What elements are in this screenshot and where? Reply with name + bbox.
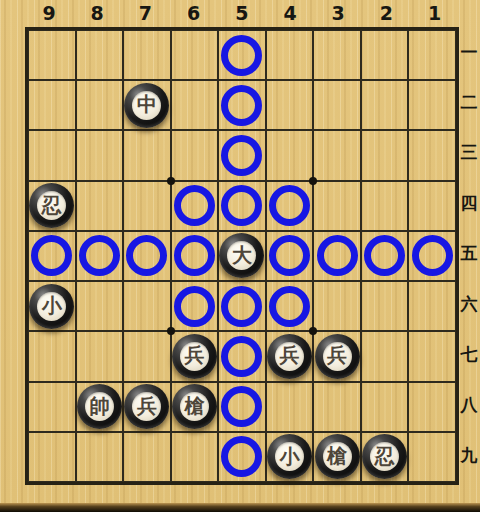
board-cell-8七[interactable] xyxy=(76,331,124,381)
board-cell-6六[interactable] xyxy=(171,281,219,331)
board-cell-7五[interactable] xyxy=(123,231,171,281)
piece-kanji: 兵 xyxy=(280,345,300,365)
board-cell-2二[interactable] xyxy=(361,80,409,130)
board-cell-3三[interactable] xyxy=(313,130,361,180)
piece-中[interactable]: 中 xyxy=(124,83,169,128)
piece-face: 忍 xyxy=(370,442,399,471)
board-cell-8八[interactable]: 帥 xyxy=(76,382,124,432)
legal-move-ring[interactable] xyxy=(174,235,215,276)
rank-label-8: 八 xyxy=(458,380,480,430)
board-cell-1八[interactable] xyxy=(408,382,456,432)
board-cell-1一[interactable] xyxy=(408,30,456,80)
piece-kanji: 兵 xyxy=(184,345,204,365)
star-point xyxy=(167,177,175,185)
board-cell-5一[interactable] xyxy=(218,30,266,80)
board-cell-4三[interactable] xyxy=(266,130,314,180)
board-cell-6三[interactable] xyxy=(171,130,219,180)
board-cell-1七[interactable] xyxy=(408,331,456,381)
board-cell-7一[interactable] xyxy=(123,30,171,80)
piece-兵[interactable]: 兵 xyxy=(315,334,360,379)
file-label-8: 8 xyxy=(73,0,121,26)
star-point xyxy=(309,327,317,335)
legal-move-ring[interactable] xyxy=(31,235,72,276)
board-cell-8六[interactable] xyxy=(76,281,124,331)
board-cell-5四[interactable] xyxy=(218,181,266,231)
rank-label-7: 七 xyxy=(458,329,480,379)
piece-kanji: 兵 xyxy=(327,345,347,365)
piece-face: 小 xyxy=(275,442,304,471)
board-cell-6四[interactable] xyxy=(171,181,219,231)
piece-kanji: 小 xyxy=(280,446,300,466)
board-cell-8四[interactable] xyxy=(76,181,124,231)
board-cell-8三[interactable] xyxy=(76,130,124,180)
rank-label-1: 一 xyxy=(458,27,480,77)
board-cell-1六[interactable] xyxy=(408,281,456,331)
board-cell-2三[interactable] xyxy=(361,130,409,180)
rank-label-5: 五 xyxy=(458,229,480,279)
piece-face: 兵 xyxy=(132,392,161,421)
board-cell-4六[interactable] xyxy=(266,281,314,331)
file-label-7: 7 xyxy=(121,0,169,26)
legal-move-ring[interactable] xyxy=(79,235,120,276)
piece-face: 中 xyxy=(132,91,161,120)
rank-label-6: 六 xyxy=(458,279,480,329)
piece-face: 槍 xyxy=(323,442,352,471)
file-label-2: 2 xyxy=(362,0,410,26)
file-label-3: 3 xyxy=(314,0,362,26)
legal-move-ring[interactable] xyxy=(269,185,310,226)
board-cell-9八[interactable] xyxy=(28,382,76,432)
rank-label-9: 九 xyxy=(458,430,480,480)
board-cell-2七[interactable] xyxy=(361,331,409,381)
board-cell-1五[interactable] xyxy=(408,231,456,281)
board-cell-4九[interactable]: 小 xyxy=(266,432,314,482)
board-cell-1三[interactable] xyxy=(408,130,456,180)
legal-move-ring[interactable] xyxy=(221,436,262,477)
board-cell-5五[interactable]: 大 xyxy=(218,231,266,281)
legal-move-ring[interactable] xyxy=(221,85,262,126)
board-cell-4四[interactable] xyxy=(266,181,314,231)
legal-move-ring[interactable] xyxy=(269,286,310,327)
piece-kanji: 忍 xyxy=(375,446,395,466)
board-cell-3九[interactable]: 槍 xyxy=(313,432,361,482)
board-cell-9四[interactable]: 忍 xyxy=(28,181,76,231)
legal-move-ring[interactable] xyxy=(364,235,405,276)
board-cell-3六[interactable] xyxy=(313,281,361,331)
legal-move-ring[interactable] xyxy=(412,235,453,276)
piece-兵[interactable]: 兵 xyxy=(267,334,312,379)
board-cell-5六[interactable] xyxy=(218,281,266,331)
board-cell-5七[interactable] xyxy=(218,331,266,381)
star-point xyxy=(167,327,175,335)
board-cell-9五[interactable] xyxy=(28,231,76,281)
board-cell-9三[interactable] xyxy=(28,130,76,180)
board-cell-7八[interactable]: 兵 xyxy=(123,382,171,432)
rank-label-2: 二 xyxy=(458,77,480,127)
board-cell-7二[interactable]: 中 xyxy=(123,80,171,130)
legal-move-ring[interactable] xyxy=(126,235,167,276)
board-cell-4一[interactable] xyxy=(266,30,314,80)
board-cell-7七[interactable] xyxy=(123,331,171,381)
board-cell-6二[interactable] xyxy=(171,80,219,130)
board-cell-3二[interactable] xyxy=(313,80,361,130)
piece-兵[interactable]: 兵 xyxy=(172,334,217,379)
legal-move-ring[interactable] xyxy=(221,35,262,76)
board-cell-4八[interactable] xyxy=(266,382,314,432)
piece-face: 大 xyxy=(227,241,256,270)
file-label-4: 4 xyxy=(266,0,314,26)
legal-move-ring[interactable] xyxy=(221,286,262,327)
piece-忍[interactable]: 忍 xyxy=(362,434,407,479)
board-cell-3四[interactable] xyxy=(313,181,361,231)
board-cell-7六[interactable] xyxy=(123,281,171,331)
piece-face: 槍 xyxy=(180,392,209,421)
piece-kanji: 忍 xyxy=(42,195,62,215)
legal-move-ring[interactable] xyxy=(174,286,215,327)
star-point xyxy=(309,177,317,185)
legal-move-ring[interactable] xyxy=(221,386,262,427)
board-cell-3五[interactable] xyxy=(313,231,361,281)
piece-槍[interactable]: 槍 xyxy=(172,384,217,429)
board-cell-2一[interactable] xyxy=(361,30,409,80)
board-cell-4五[interactable] xyxy=(266,231,314,281)
piece-face: 帥 xyxy=(85,392,114,421)
board-cell-6一[interactable] xyxy=(171,30,219,80)
piece-帥[interactable]: 帥 xyxy=(77,384,122,429)
legal-move-ring[interactable] xyxy=(174,185,215,226)
board-cell-8九[interactable] xyxy=(76,432,124,482)
board-cell-8二[interactable] xyxy=(76,80,124,130)
board-cell-1二[interactable] xyxy=(408,80,456,130)
board-cell-7四[interactable] xyxy=(123,181,171,231)
board-front-edge xyxy=(0,503,480,512)
board-cell-5三[interactable] xyxy=(218,130,266,180)
piece-忍[interactable]: 忍 xyxy=(29,183,74,228)
legal-move-ring[interactable] xyxy=(269,235,310,276)
board-cell-5八[interactable] xyxy=(218,382,266,432)
board-cell-2九[interactable]: 忍 xyxy=(361,432,409,482)
piece-face: 忍 xyxy=(37,191,66,220)
piece-kanji: 大 xyxy=(232,245,252,265)
board-cell-2六[interactable] xyxy=(361,281,409,331)
board-cell-6九[interactable] xyxy=(171,432,219,482)
piece-kanji: 小 xyxy=(42,295,62,315)
board-cell-3一[interactable] xyxy=(313,30,361,80)
board-cell-8一[interactable] xyxy=(76,30,124,80)
piece-face: 兵 xyxy=(180,342,209,371)
piece-小[interactable]: 小 xyxy=(267,434,312,479)
legal-move-ring[interactable] xyxy=(221,135,262,176)
board-cell-6八[interactable]: 槍 xyxy=(171,382,219,432)
board-cell-3七[interactable]: 兵 xyxy=(313,331,361,381)
board-cell-9六[interactable]: 小 xyxy=(28,281,76,331)
legal-move-ring[interactable] xyxy=(221,185,262,226)
board-cell-8五[interactable] xyxy=(76,231,124,281)
file-label-9: 9 xyxy=(25,0,73,26)
piece-兵[interactable]: 兵 xyxy=(124,384,169,429)
piece-槍[interactable]: 槍 xyxy=(315,434,360,479)
board-cell-7九[interactable] xyxy=(123,432,171,482)
board-cell-1九[interactable] xyxy=(408,432,456,482)
piece-kanji: 槍 xyxy=(184,396,204,416)
board-cell-1四[interactable] xyxy=(408,181,456,231)
board-cell-2四[interactable] xyxy=(361,181,409,231)
board-cell-9二[interactable] xyxy=(28,80,76,130)
legal-move-ring[interactable] xyxy=(317,235,358,276)
board-cell-6七[interactable]: 兵 xyxy=(171,331,219,381)
board-cell-4七[interactable]: 兵 xyxy=(266,331,314,381)
board-cell-4二[interactable] xyxy=(266,80,314,130)
rank-label-3: 三 xyxy=(458,128,480,178)
board-cell-7三[interactable] xyxy=(123,130,171,180)
piece-大[interactable]: 大 xyxy=(219,233,264,278)
file-label-1: 1 xyxy=(411,0,459,26)
file-label-5: 5 xyxy=(218,0,266,26)
board-cell-3八[interactable] xyxy=(313,382,361,432)
piece-kanji: 兵 xyxy=(137,396,157,416)
piece-小[interactable]: 小 xyxy=(29,284,74,329)
piece-face: 兵 xyxy=(323,342,352,371)
gungi-board-screen: 987654321 中忍大小兵兵兵帥兵槍小槍忍 一二三四五六七八九 xyxy=(0,0,480,512)
board-cell-9七[interactable] xyxy=(28,331,76,381)
legal-move-ring[interactable] xyxy=(221,336,262,377)
board-cell-9九[interactable] xyxy=(28,432,76,482)
board-cell-9一[interactable] xyxy=(28,30,76,80)
board-cell-5二[interactable] xyxy=(218,80,266,130)
piece-kanji: 中 xyxy=(137,94,157,114)
board-cell-2五[interactable] xyxy=(361,231,409,281)
rank-label-4: 四 xyxy=(458,178,480,228)
board-cell-2八[interactable] xyxy=(361,382,409,432)
piece-kanji: 帥 xyxy=(89,396,109,416)
piece-kanji: 槍 xyxy=(327,446,347,466)
piece-face: 小 xyxy=(37,292,66,321)
game-board[interactable]: 中忍大小兵兵兵帥兵槍小槍忍 xyxy=(25,27,459,485)
board-cell-5九[interactable] xyxy=(218,432,266,482)
file-label-6: 6 xyxy=(170,0,218,26)
board-cell-6五[interactable] xyxy=(171,231,219,281)
piece-face: 兵 xyxy=(275,342,304,371)
